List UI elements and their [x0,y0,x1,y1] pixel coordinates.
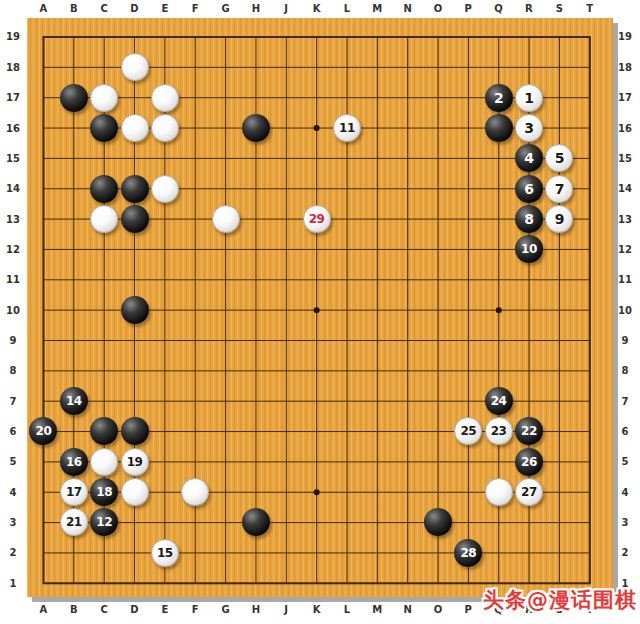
move-number: 3 [524,121,533,135]
stone-E16 [151,114,179,142]
row-label: 1 [1,568,25,598]
stone-Q17: 2 [485,84,513,112]
row-label: 7 [1,386,25,416]
column-label: K [301,2,331,16]
stone-D6 [121,417,149,445]
row-label: 8 [1,356,25,386]
move-number: 9 [555,212,564,226]
row-labels-left: 19181716151413121110987654321 [1,22,25,599]
move-number: 7 [555,182,564,196]
row-label: 14 [1,174,25,204]
stone-A6: 20 [29,417,57,445]
move-number: 11 [339,122,355,134]
stone-B3: 21 [60,508,88,536]
row-label: 2 [1,538,25,568]
move-number: 26 [521,456,537,468]
row-label: 8 [613,356,637,386]
move-number: 23 [491,425,507,437]
move-number: 1 [524,91,533,105]
stone-R16: 3 [515,114,543,142]
column-label: K [301,603,331,617]
move-number: 16 [66,456,82,468]
row-label: 5 [613,447,637,477]
row-label: 2 [613,538,637,568]
column-label: D [119,2,149,16]
stone-D13 [121,205,149,233]
row-label: 19 [1,22,25,52]
stone-B17 [60,84,88,112]
move-number: 28 [460,547,476,559]
column-label: G [210,2,240,16]
move-number: 4 [524,151,533,165]
stone-O3 [424,508,452,536]
stone-R5: 26 [515,448,543,476]
stone-S15: 5 [545,144,573,172]
stone-S14: 7 [545,175,573,203]
stone-B4: 17 [60,478,88,506]
column-label: O [423,2,453,16]
stone-E17 [151,84,179,112]
stone-L16: 11 [333,114,361,142]
stone-C4: 18 [90,478,118,506]
stone-K13: 29 [303,205,331,233]
go-diagram: ABCDEFGHJKLMNOPQRST 19181716151413121110… [0,0,640,624]
row-label: 12 [1,234,25,264]
stone-S13: 9 [545,205,573,233]
row-label: 17 [1,82,25,112]
column-label: M [362,2,392,16]
move-number: 19 [127,456,143,468]
column-label: R [514,2,544,16]
row-label: 18 [1,52,25,82]
row-label: 4 [1,477,25,507]
move-number: 18 [96,486,112,498]
row-label: 15 [613,143,637,173]
stone-B7: 14 [60,387,88,415]
row-label: 5 [1,447,25,477]
move-number: 21 [66,516,82,528]
move-number: 5 [555,151,564,165]
row-label: 18 [613,52,637,82]
row-label: 12 [613,234,637,264]
stone-H16 [242,114,270,142]
stone-D10 [121,296,149,324]
column-label: B [59,603,89,617]
move-number: 24 [491,395,507,407]
row-label: 10 [1,295,25,325]
stone-D4 [121,478,149,506]
stone-P6: 25 [454,417,482,445]
move-number: 10 [521,243,537,255]
stone-B5: 16 [60,448,88,476]
watermark-toutiao-manhua-weiqi: 头条@漫话围棋 [483,586,637,614]
stone-C13 [90,205,118,233]
move-number: 25 [460,425,476,437]
move-number: 29 [309,213,325,225]
column-label: S [544,2,574,16]
stone-E2: 15 [151,539,179,567]
column-label: P [453,2,483,16]
column-label: L [332,2,362,16]
move-number: 14 [66,395,82,407]
stone-C3: 12 [90,508,118,536]
stone-C16 [90,114,118,142]
stone-F4 [181,478,209,506]
row-label: 15 [1,143,25,173]
stone-C5 [90,448,118,476]
stone-D18 [121,53,149,81]
stone-D5: 19 [121,448,149,476]
move-number: 8 [524,212,533,226]
row-label: 4 [613,477,637,507]
row-label: 7 [613,386,637,416]
column-label: P [453,603,483,617]
row-label: 14 [613,174,637,204]
stone-R17: 1 [515,84,543,112]
stone-R15: 4 [515,144,543,172]
row-label: 17 [613,82,637,112]
stone-Q7: 24 [485,387,513,415]
column-label: C [89,603,119,617]
column-label: Q [483,2,513,16]
row-label: 13 [1,204,25,234]
go-board: 2111345672989101424202523221619261718272… [27,18,613,597]
stone-Q6: 23 [485,417,513,445]
column-label: N [392,2,422,16]
row-label: 3 [1,507,25,537]
move-number: 15 [157,547,173,559]
stone-R12: 10 [515,235,543,263]
stone-R13: 8 [515,205,543,233]
move-number: 22 [521,425,537,437]
column-label: J [271,2,301,16]
move-number: 2 [494,91,503,105]
column-label: A [28,603,58,617]
stone-R4: 27 [515,478,543,506]
row-label: 3 [613,507,637,537]
column-label: B [59,2,89,16]
stone-E14 [151,175,179,203]
row-labels-right: 19181716151413121110987654321 [613,22,637,599]
column-label: J [271,603,301,617]
stone-R6: 22 [515,417,543,445]
column-label: H [241,2,271,16]
column-label: D [119,603,149,617]
row-label: 6 [1,416,25,446]
stone-C17 [90,84,118,112]
column-label: C [89,2,119,16]
column-label: H [241,603,271,617]
move-number: 12 [96,516,112,528]
row-label: 19 [613,22,637,52]
column-label: A [28,2,58,16]
stone-Q16 [485,114,513,142]
row-label: 10 [613,295,637,325]
stone-H3 [242,508,270,536]
row-label: 11 [1,265,25,295]
row-label: 13 [613,204,637,234]
stone-R14: 6 [515,175,543,203]
row-label: 16 [1,113,25,143]
column-label: E [150,603,180,617]
stone-D14 [121,175,149,203]
stone-C6 [90,417,118,445]
column-labels-top: ABCDEFGHJKLMNOPQRST [28,2,605,16]
stone-G13 [212,205,240,233]
move-number: 6 [524,182,533,196]
column-label: G [210,603,240,617]
stone-Q4 [485,478,513,506]
column-label: L [332,603,362,617]
row-label: 9 [613,325,637,355]
column-label: F [180,2,210,16]
row-label: 16 [613,113,637,143]
column-label: N [392,603,422,617]
column-label: F [180,603,210,617]
move-number: 20 [36,425,52,437]
stones-layer: 2111345672989101424202523221619261718272… [28,22,605,599]
row-label: 6 [613,416,637,446]
column-label: M [362,603,392,617]
stone-D16 [121,114,149,142]
row-label: 11 [613,265,637,295]
column-label: O [423,603,453,617]
stone-C14 [90,175,118,203]
column-label: E [150,2,180,16]
stone-P2: 28 [454,539,482,567]
move-number: 27 [521,486,537,498]
row-label: 9 [1,325,25,355]
move-number: 17 [66,486,82,498]
column-label: T [574,2,604,16]
